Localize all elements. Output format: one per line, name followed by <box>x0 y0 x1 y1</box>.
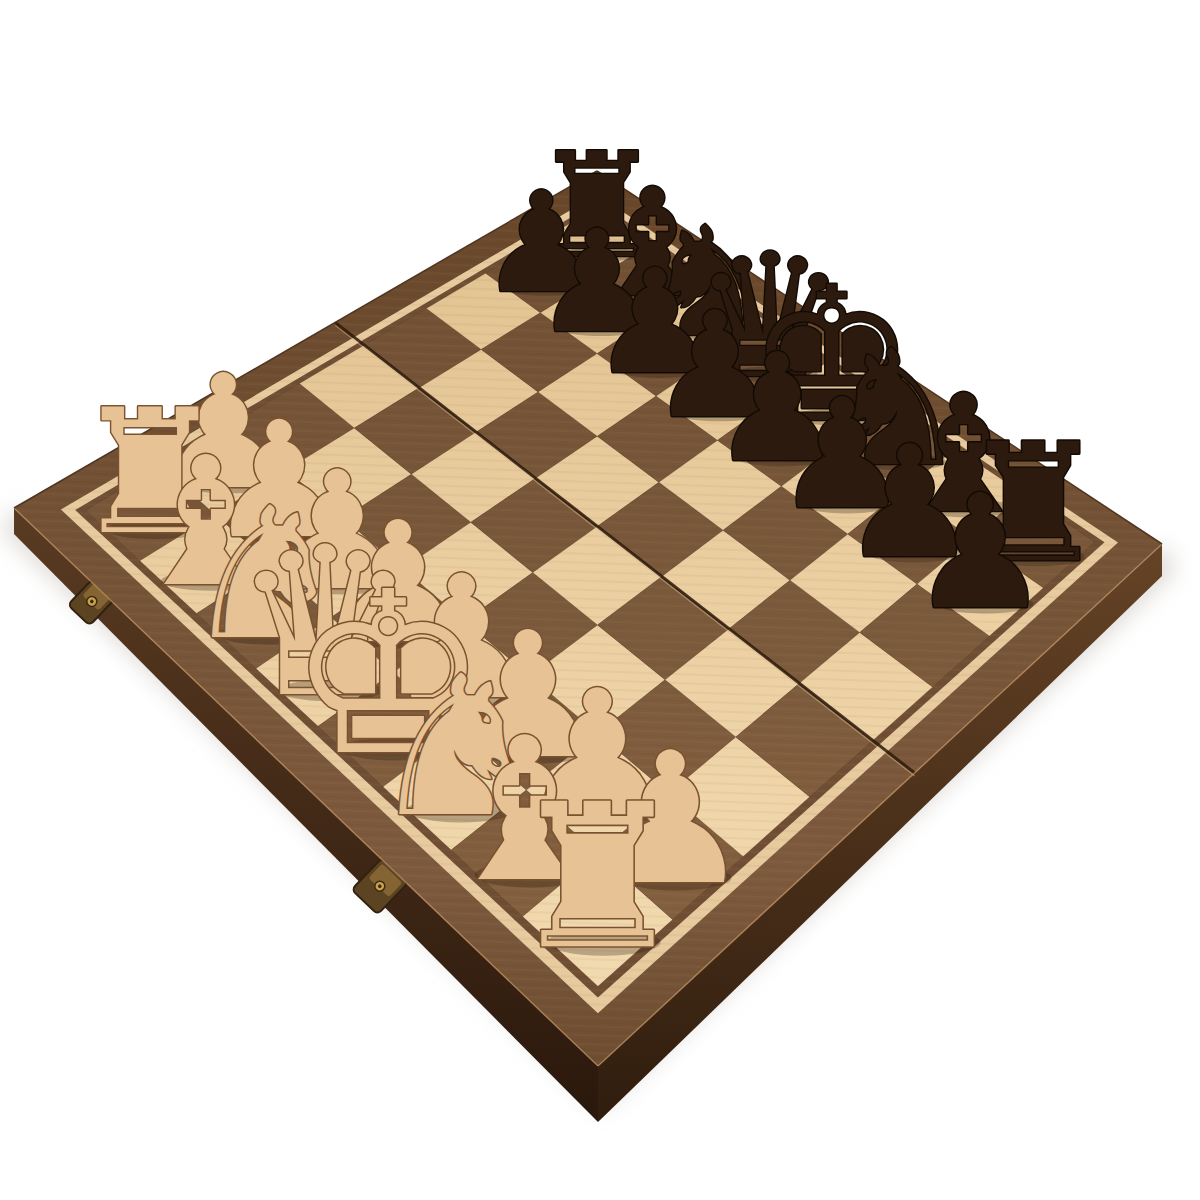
photo-scene: ♜♟♝♟♞♟♛♟♚♟♞♟♟♝♜♟♟♜♝♟♟♞♟♛♟♚♟♞♟♝♟♜ <box>0 0 1200 1200</box>
chess-set-photo: ♜♟♝♟♞♟♛♟♚♟♞♟♟♝♜♟♟♜♝♟♟♞♟♛♟♚♟♞♟♝♟♜ <box>0 0 1200 1200</box>
svg-text:♜: ♜ <box>508 761 687 993</box>
piece-white-rook-h1[interactable]: ♜ <box>508 761 687 993</box>
svg-text:♟: ♟ <box>909 461 1050 644</box>
piece-black-pawn-h7[interactable]: ♟ <box>909 461 1050 644</box>
